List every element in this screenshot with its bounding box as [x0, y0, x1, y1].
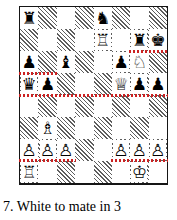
square-b7	[38, 29, 56, 51]
square-e5	[94, 73, 112, 95]
square-d8	[75, 7, 93, 29]
square-c8	[57, 7, 75, 29]
square-h4	[149, 95, 167, 117]
square-a2: ♙	[20, 139, 38, 161]
square-f1	[112, 161, 130, 183]
square-b6	[38, 51, 56, 73]
square-c5	[57, 73, 75, 95]
square-c3	[57, 117, 75, 139]
black-pawn: ♟	[131, 74, 147, 94]
square-h1	[149, 161, 167, 183]
white-pawn: ♙	[150, 140, 166, 160]
black-bishop: ♝	[58, 52, 74, 72]
white-knight: ♘	[131, 52, 147, 72]
square-c2: ♙	[57, 139, 75, 161]
square-f5: ♕	[112, 73, 130, 95]
black-pawn: ♟	[113, 52, 129, 72]
white-bishop: ♗	[40, 118, 56, 138]
square-b5: ♟	[38, 73, 56, 95]
black-pawn: ♟	[21, 52, 37, 72]
square-c6: ♝	[57, 51, 75, 73]
square-g2: ♙	[130, 139, 148, 161]
square-h2: ♙	[149, 139, 167, 161]
spellcheck-underline	[19, 159, 76, 162]
white-rook: ♖	[95, 30, 111, 50]
square-a6: ♟	[20, 51, 38, 73]
square-g3	[130, 117, 148, 139]
square-g5: ♟	[130, 73, 148, 95]
black-pawn: ♟	[40, 74, 56, 94]
square-e4	[94, 95, 112, 117]
spellcheck-underline	[129, 50, 168, 53]
square-c1	[57, 161, 75, 183]
black-king: ♚	[150, 30, 166, 50]
square-f8	[112, 7, 130, 29]
white-pawn: ♙	[40, 140, 56, 160]
black-rook: ♜	[131, 30, 147, 50]
square-e8: ♞	[94, 7, 112, 29]
square-a5: ♛	[20, 73, 38, 95]
square-b8	[38, 7, 56, 29]
black-rook: ♜	[21, 8, 37, 28]
square-c7	[57, 29, 75, 51]
square-b2: ♙	[38, 139, 56, 161]
square-g4	[130, 95, 148, 117]
square-e2	[94, 139, 112, 161]
square-d3	[75, 117, 93, 139]
black-knight: ♞	[95, 8, 111, 28]
square-h8	[149, 7, 167, 29]
square-d7	[75, 29, 93, 51]
square-d6	[75, 51, 93, 73]
square-d4	[75, 95, 93, 117]
square-a3	[20, 117, 38, 139]
white-pawn: ♙	[113, 140, 129, 160]
square-h5: ♟	[149, 73, 167, 95]
square-d1	[75, 161, 93, 183]
black-pawn: ♟	[150, 74, 166, 94]
white-king: ♔	[131, 162, 147, 182]
square-b3: ♗	[38, 117, 56, 139]
square-a1: ♖	[20, 161, 38, 183]
square-a4	[20, 95, 38, 117]
spellcheck-underline	[19, 72, 58, 75]
document-page: ♜♞♖♜♚♟♝♟♘♛♟♕♟♟♗♙♙♙♙♙♙♖♔ 7. White to mate…	[0, 0, 177, 220]
square-f2: ♙	[112, 139, 130, 161]
white-pawn: ♙	[58, 140, 74, 160]
square-d5	[75, 73, 93, 95]
square-h6	[149, 51, 167, 73]
square-h7: ♚	[149, 29, 167, 51]
white-pawn: ♙	[21, 140, 37, 160]
square-e3	[94, 117, 112, 139]
square-g6: ♘	[130, 51, 148, 73]
square-b1	[38, 161, 56, 183]
square-f3	[112, 117, 130, 139]
black-queen: ♛	[21, 74, 37, 94]
diagram-caption: 7. White to mate in 3	[3, 199, 121, 215]
white-queen: ♕	[113, 74, 129, 94]
square-a7	[20, 29, 38, 51]
square-e7: ♖	[94, 29, 112, 51]
spellcheck-underline	[111, 159, 168, 162]
square-b4	[38, 95, 56, 117]
square-f6: ♟	[112, 51, 130, 73]
square-g1: ♔	[130, 161, 148, 183]
square-a8: ♜	[20, 7, 38, 29]
square-g7: ♜	[130, 29, 148, 51]
square-c4	[57, 95, 75, 117]
square-f4	[112, 95, 130, 117]
square-d2	[75, 139, 93, 161]
spellcheck-underline	[19, 94, 168, 97]
square-g8	[130, 7, 148, 29]
white-rook: ♖	[21, 162, 37, 182]
square-e1	[94, 161, 112, 183]
square-e6	[94, 51, 112, 73]
white-pawn: ♙	[131, 140, 147, 160]
square-h3	[149, 117, 167, 139]
square-f7	[112, 29, 130, 51]
